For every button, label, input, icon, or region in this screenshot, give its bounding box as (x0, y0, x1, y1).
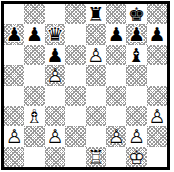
square-h1[interactable] (147, 147, 167, 167)
piece-outline-layer: ♙ (4, 126, 24, 146)
piece-white-pawn: ♟♙ (126, 126, 146, 146)
square-h2[interactable] (147, 126, 167, 146)
square-a2[interactable]: ♟♙ (4, 126, 24, 146)
square-h3[interactable]: ♟♙ (147, 106, 167, 126)
piece-black-pawn: ♟ (24, 24, 44, 44)
square-g3[interactable] (126, 106, 146, 126)
square-e6[interactable]: ♟♙ (86, 45, 106, 65)
square-e5[interactable] (86, 65, 106, 85)
square-b2[interactable] (24, 126, 44, 146)
piece-black-pawn: ♟ (106, 24, 126, 44)
square-f3[interactable] (106, 106, 126, 126)
square-b8[interactable] (24, 4, 44, 24)
piece-white-rook: ♜♖ (86, 147, 106, 167)
square-a3[interactable] (4, 106, 24, 126)
square-a6[interactable] (4, 45, 24, 65)
square-b7[interactable]: ♟ (24, 24, 44, 44)
square-b3[interactable]: ♝♗ (24, 106, 44, 126)
square-c1[interactable] (45, 147, 65, 167)
piece-white-pawn: ♟♙ (4, 126, 24, 146)
square-f8[interactable] (106, 4, 126, 24)
piece-solid-layer: ♟ (24, 24, 44, 44)
square-c2[interactable]: ♟♙ (45, 126, 65, 146)
square-c3[interactable] (45, 106, 65, 126)
piece-white-pawn: ♟♙ (86, 45, 106, 65)
square-e3[interactable] (86, 106, 106, 126)
square-a7[interactable]: ♟ (4, 24, 24, 44)
square-b1[interactable] (24, 147, 44, 167)
square-c7[interactable]: ♛ (45, 24, 65, 44)
square-e4[interactable] (86, 86, 106, 106)
piece-white-pawn: ♟♙ (45, 65, 65, 85)
piece-outline-layer: ♙ (45, 126, 65, 146)
square-f4[interactable] (106, 86, 126, 106)
piece-solid-layer: ♚ (126, 4, 146, 24)
square-c6[interactable]: ♟ (45, 45, 65, 65)
square-d8[interactable] (65, 4, 85, 24)
piece-outline-layer: ♙ (45, 65, 65, 85)
square-b4[interactable] (24, 86, 44, 106)
square-f2[interactable]: ♟♙ (106, 126, 126, 146)
square-h5[interactable] (147, 65, 167, 85)
piece-outline-layer: ♙ (106, 126, 126, 146)
piece-white-bishop: ♝♗ (24, 106, 44, 126)
piece-outline-layer: ♗ (24, 106, 44, 126)
square-c4[interactable] (45, 86, 65, 106)
piece-white-pawn: ♟♙ (45, 126, 65, 146)
piece-white-pawn: ♟♙ (147, 106, 167, 126)
piece-outline-layer: ♔ (126, 147, 146, 167)
square-a4[interactable] (4, 86, 24, 106)
piece-black-pawn: ♟ (45, 45, 65, 65)
square-a5[interactable] (4, 65, 24, 85)
piece-black-king: ♚ (126, 4, 146, 24)
piece-solid-layer: ♟ (126, 24, 146, 44)
square-c8[interactable] (45, 4, 65, 24)
piece-solid-layer: ♟ (147, 24, 167, 44)
square-d7[interactable] (65, 24, 85, 44)
square-f1[interactable] (106, 147, 126, 167)
square-d6[interactable] (65, 45, 85, 65)
square-f5[interactable] (106, 65, 126, 85)
square-g4[interactable] (126, 86, 146, 106)
square-e8[interactable]: ♜ (86, 4, 106, 24)
square-e7[interactable] (86, 24, 106, 44)
chess-diagram: ♜♚♟♟♛♟♟♟♟♟♙♝♟♙♝♗♟♙♟♙♟♙♟♙♟♙♜♖♚♔ (0, 0, 174, 170)
square-h4[interactable] (147, 86, 167, 106)
square-e1[interactable]: ♜♖ (86, 147, 106, 167)
square-g8[interactable]: ♚ (126, 4, 146, 24)
piece-outline-layer: ♖ (86, 147, 106, 167)
square-b6[interactable] (24, 45, 44, 65)
square-e2[interactable] (86, 126, 106, 146)
square-d4[interactable] (65, 86, 85, 106)
piece-outline-layer: ♙ (86, 45, 106, 65)
piece-black-pawn: ♟ (126, 24, 146, 44)
square-h6[interactable] (147, 45, 167, 65)
square-h7[interactable]: ♟ (147, 24, 167, 44)
square-g2[interactable]: ♟♙ (126, 126, 146, 146)
square-g7[interactable]: ♟ (126, 24, 146, 44)
square-b5[interactable] (24, 65, 44, 85)
piece-solid-layer: ♟ (4, 24, 24, 44)
square-g5[interactable] (126, 65, 146, 85)
square-d3[interactable] (65, 106, 85, 126)
square-f6[interactable] (106, 45, 126, 65)
piece-solid-layer: ♜ (86, 4, 106, 24)
square-d1[interactable] (65, 147, 85, 167)
square-d2[interactable] (65, 126, 85, 146)
piece-black-queen: ♛ (45, 24, 65, 44)
piece-black-pawn: ♟ (147, 24, 167, 44)
chess-board: ♜♚♟♟♛♟♟♟♟♟♙♝♟♙♝♗♟♙♟♙♟♙♟♙♟♙♜♖♚♔ (4, 4, 167, 167)
square-d5[interactable] (65, 65, 85, 85)
square-a1[interactable] (4, 147, 24, 167)
piece-solid-layer: ♟ (45, 45, 65, 65)
piece-outline-layer: ♙ (147, 106, 167, 126)
square-f7[interactable]: ♟ (106, 24, 126, 44)
square-h8[interactable] (147, 4, 167, 24)
piece-solid-layer: ♝ (126, 45, 146, 65)
piece-white-pawn: ♟♙ (106, 126, 126, 146)
board-frame: ♜♚♟♟♛♟♟♟♟♟♙♝♟♙♝♗♟♙♟♙♟♙♟♙♟♙♜♖♚♔ (1, 1, 170, 170)
square-c5[interactable]: ♟♙ (45, 65, 65, 85)
square-a8[interactable] (4, 4, 24, 24)
square-g6[interactable]: ♝ (126, 45, 146, 65)
piece-black-bishop: ♝ (126, 45, 146, 65)
piece-solid-layer: ♛ (45, 24, 65, 44)
piece-black-rook: ♜ (86, 4, 106, 24)
piece-outline-layer: ♙ (126, 126, 146, 146)
piece-solid-layer: ♟ (106, 24, 126, 44)
square-g1[interactable]: ♚♔ (126, 147, 146, 167)
piece-black-pawn: ♟ (4, 24, 24, 44)
piece-white-king: ♚♔ (126, 147, 146, 167)
